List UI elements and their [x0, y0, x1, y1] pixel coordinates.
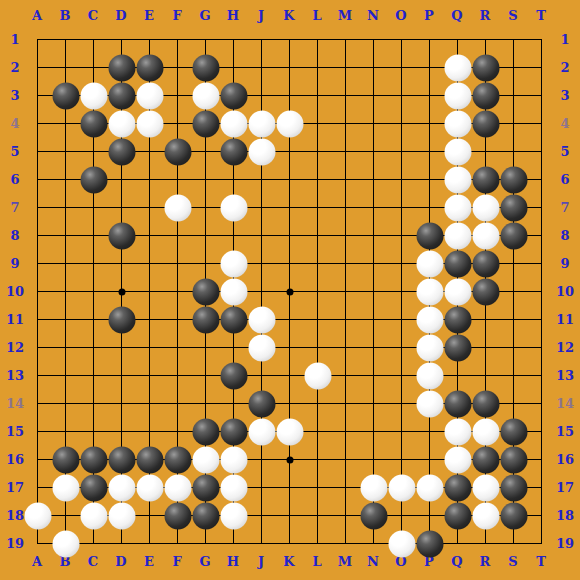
column-label-S: S: [508, 555, 517, 568]
white-stone-Q3: [444, 82, 471, 109]
black-stone-G15: [192, 418, 219, 445]
white-stone-E3: [136, 82, 163, 109]
column-label-D: D: [115, 9, 126, 22]
grid-line-vertical: [401, 39, 402, 544]
black-stone-G4: [192, 110, 219, 137]
go-board-screen: ABCDEFGHJKLMNOPQRST ABCDEFGHJKLMNOPQRST …: [0, 0, 580, 580]
white-stone-H7: [220, 194, 247, 221]
grid-line-vertical: [317, 39, 318, 544]
black-stone-C6: [80, 166, 107, 193]
white-stone-F7: [164, 194, 191, 221]
white-stone-K4: [276, 110, 303, 137]
row-label-16: 16: [556, 453, 574, 466]
row-label-4: 4: [10, 117, 19, 130]
white-stone-F17: [164, 474, 191, 501]
column-label-E: E: [144, 555, 154, 568]
black-stone-R4: [472, 110, 499, 137]
grid-line-horizontal: [37, 543, 542, 544]
column-label-H: H: [227, 9, 239, 22]
column-label-K: K: [283, 9, 294, 22]
row-label-9: 9: [560, 257, 569, 270]
column-label-B: B: [60, 9, 71, 22]
white-stone-J15: [248, 418, 275, 445]
white-stone-R15: [472, 418, 499, 445]
white-stone-B19: [52, 530, 79, 557]
column-label-M: M: [338, 555, 352, 568]
black-stone-D5: [108, 138, 135, 165]
row-label-4: 4: [560, 117, 569, 130]
row-label-10: 10: [6, 285, 24, 298]
black-stone-B3: [52, 82, 79, 109]
black-stone-D2: [108, 54, 135, 81]
white-stone-K15: [276, 418, 303, 445]
white-stone-Q5: [444, 138, 471, 165]
white-stone-J11: [248, 306, 275, 333]
white-stone-Q8: [444, 222, 471, 249]
grid-line-vertical: [541, 39, 542, 544]
black-stone-H5: [220, 138, 247, 165]
row-label-17: 17: [6, 481, 24, 494]
column-label-R: R: [480, 9, 491, 22]
row-label-2: 2: [10, 61, 19, 74]
column-label-J: J: [258, 9, 264, 22]
row-label-9: 9: [10, 257, 19, 270]
white-stone-Q6: [444, 166, 471, 193]
row-label-18: 18: [6, 509, 24, 522]
row-label-7: 7: [560, 201, 569, 214]
column-label-C: C: [88, 555, 98, 568]
black-stone-F16: [164, 446, 191, 473]
white-stone-P17: [416, 474, 443, 501]
white-stone-C18: [80, 502, 107, 529]
black-stone-R14: [472, 390, 499, 417]
row-label-7: 7: [10, 201, 19, 214]
black-stone-R16: [472, 446, 499, 473]
column-label-H: H: [227, 555, 239, 568]
grid-line-vertical: [373, 39, 374, 544]
white-stone-D4: [108, 110, 135, 137]
white-stone-Q16: [444, 446, 471, 473]
column-label-T: T: [536, 555, 546, 568]
black-stone-S17: [500, 474, 527, 501]
row-label-1: 1: [560, 33, 569, 46]
white-stone-R8: [472, 222, 499, 249]
white-stone-Q15: [444, 418, 471, 445]
grid-line-horizontal: [37, 375, 542, 376]
black-stone-P19: [416, 530, 443, 557]
row-label-15: 15: [6, 425, 24, 438]
row-label-13: 13: [556, 369, 574, 382]
white-stone-P13: [416, 362, 443, 389]
white-stone-O17: [388, 474, 415, 501]
row-label-8: 8: [560, 229, 569, 242]
column-label-A: A: [32, 9, 42, 22]
black-stone-E2: [136, 54, 163, 81]
white-stone-N17: [360, 474, 387, 501]
white-stone-R18: [472, 502, 499, 529]
column-label-Q: Q: [451, 9, 462, 22]
black-stone-Q17: [444, 474, 471, 501]
black-stone-S16: [500, 446, 527, 473]
black-stone-B16: [52, 446, 79, 473]
column-label-A: A: [32, 555, 42, 568]
column-label-J: J: [258, 555, 264, 568]
column-label-Q: Q: [451, 555, 462, 568]
row-label-15: 15: [556, 425, 574, 438]
black-stone-E16: [136, 446, 163, 473]
star-point-K16: [286, 456, 293, 463]
black-stone-S7: [500, 194, 527, 221]
white-stone-B17: [52, 474, 79, 501]
row-label-12: 12: [6, 341, 24, 354]
column-label-D: D: [115, 555, 126, 568]
black-stone-D3: [108, 82, 135, 109]
black-stone-H15: [220, 418, 247, 445]
black-stone-S6: [500, 166, 527, 193]
black-stone-C17: [80, 474, 107, 501]
column-label-F: F: [172, 555, 181, 568]
black-stone-N18: [360, 502, 387, 529]
row-label-5: 5: [560, 145, 569, 158]
black-stone-Q11: [444, 306, 471, 333]
white-stone-H10: [220, 278, 247, 305]
white-stone-H18: [220, 502, 247, 529]
white-stone-D17: [108, 474, 135, 501]
white-stone-C3: [80, 82, 107, 109]
white-stone-H9: [220, 250, 247, 277]
row-label-11: 11: [6, 313, 24, 326]
black-stone-G17: [192, 474, 219, 501]
white-stone-A18: [24, 502, 51, 529]
white-stone-G16: [192, 446, 219, 473]
black-stone-F18: [164, 502, 191, 529]
black-stone-R9: [472, 250, 499, 277]
column-label-O: O: [395, 9, 406, 22]
column-label-G: G: [199, 555, 210, 568]
black-stone-F5: [164, 138, 191, 165]
column-label-S: S: [508, 9, 517, 22]
white-stone-Q4: [444, 110, 471, 137]
white-stone-E17: [136, 474, 163, 501]
white-stone-H17: [220, 474, 247, 501]
column-label-L: L: [312, 555, 321, 568]
black-stone-Q18: [444, 502, 471, 529]
white-stone-J4: [248, 110, 275, 137]
row-label-10: 10: [556, 285, 574, 298]
row-label-2: 2: [560, 61, 569, 74]
black-stone-G10: [192, 278, 219, 305]
row-label-3: 3: [10, 89, 19, 102]
column-label-M: M: [338, 9, 352, 22]
column-label-N: N: [367, 9, 379, 22]
column-label-F: F: [172, 9, 181, 22]
black-stone-H3: [220, 82, 247, 109]
column-label-T: T: [536, 9, 546, 22]
black-stone-Q14: [444, 390, 471, 417]
white-stone-R7: [472, 194, 499, 221]
black-stone-R3: [472, 82, 499, 109]
row-label-6: 6: [560, 173, 569, 186]
row-label-14: 14: [6, 397, 24, 410]
white-stone-H16: [220, 446, 247, 473]
white-stone-P11: [416, 306, 443, 333]
column-label-G: G: [199, 9, 210, 22]
white-stone-Q10: [444, 278, 471, 305]
black-stone-Q12: [444, 334, 471, 361]
white-stone-E4: [136, 110, 163, 137]
black-stone-D16: [108, 446, 135, 473]
row-label-8: 8: [10, 229, 19, 242]
black-stone-S18: [500, 502, 527, 529]
white-stone-P10: [416, 278, 443, 305]
row-label-16: 16: [6, 453, 24, 466]
white-stone-J12: [248, 334, 275, 361]
white-stone-O19: [388, 530, 415, 557]
black-stone-Q9: [444, 250, 471, 277]
black-stone-S15: [500, 418, 527, 445]
white-stone-H4: [220, 110, 247, 137]
star-point-D10: [118, 288, 125, 295]
row-label-13: 13: [6, 369, 24, 382]
row-label-19: 19: [556, 537, 574, 550]
black-stone-D8: [108, 222, 135, 249]
black-stone-P8: [416, 222, 443, 249]
column-label-L: L: [312, 9, 321, 22]
column-label-K: K: [283, 555, 294, 568]
black-stone-G2: [192, 54, 219, 81]
column-label-P: P: [424, 9, 434, 22]
white-stone-D18: [108, 502, 135, 529]
black-stone-G11: [192, 306, 219, 333]
white-stone-P14: [416, 390, 443, 417]
black-stone-S8: [500, 222, 527, 249]
column-label-N: N: [367, 555, 379, 568]
grid-line-vertical: [345, 39, 346, 544]
row-label-12: 12: [556, 341, 574, 354]
white-stone-R17: [472, 474, 499, 501]
black-stone-H11: [220, 306, 247, 333]
black-stone-D11: [108, 306, 135, 333]
black-stone-R6: [472, 166, 499, 193]
row-label-6: 6: [10, 173, 19, 186]
black-stone-J14: [248, 390, 275, 417]
star-point-K10: [286, 288, 293, 295]
white-stone-P9: [416, 250, 443, 277]
white-stone-J5: [248, 138, 275, 165]
row-label-3: 3: [560, 89, 569, 102]
row-label-18: 18: [556, 509, 574, 522]
black-stone-R10: [472, 278, 499, 305]
white-stone-L13: [304, 362, 331, 389]
black-stone-R2: [472, 54, 499, 81]
white-stone-P12: [416, 334, 443, 361]
white-stone-Q7: [444, 194, 471, 221]
white-stone-G3: [192, 82, 219, 109]
row-label-1: 1: [10, 33, 19, 46]
black-stone-C16: [80, 446, 107, 473]
column-label-E: E: [144, 9, 154, 22]
black-stone-H13: [220, 362, 247, 389]
column-label-R: R: [480, 555, 491, 568]
row-label-5: 5: [10, 145, 19, 158]
white-stone-Q2: [444, 54, 471, 81]
row-label-19: 19: [6, 537, 24, 550]
column-label-C: C: [88, 9, 98, 22]
black-stone-C4: [80, 110, 107, 137]
row-label-17: 17: [556, 481, 574, 494]
row-label-14: 14: [556, 397, 574, 410]
row-label-11: 11: [556, 313, 574, 326]
black-stone-G18: [192, 502, 219, 529]
